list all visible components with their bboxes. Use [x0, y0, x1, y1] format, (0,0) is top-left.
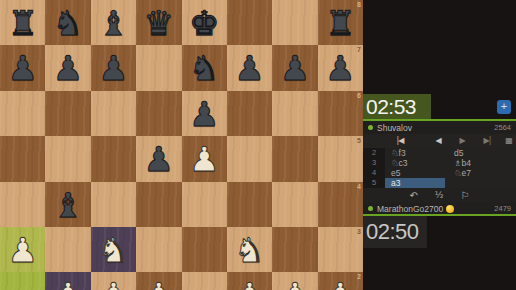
square-h7[interactable]: 7♟ [318, 45, 363, 90]
square-g4[interactable] [272, 182, 317, 227]
player-name-bottom[interactable]: MarathonGo2700 [377, 204, 443, 214]
white-pawn[interactable]: ♟ [227, 272, 272, 290]
draw-offer-icon[interactable]: ½ [435, 188, 444, 203]
player-row-top[interactable]: Shuvalov 2564 [363, 121, 516, 134]
square-g2[interactable]: ♟ [272, 272, 317, 290]
black-rook[interactable]: ♜ [0, 0, 45, 45]
move-black-2[interactable]: d5 [445, 148, 516, 158]
square-c6[interactable] [91, 91, 136, 136]
black-pawn[interactable]: ♟ [91, 45, 136, 90]
move-number: 4 [363, 168, 385, 178]
app-window: ♜♞♝♛♚8♜♟♟♟♞♟♟7♟♟6♟♟5♝4♟♞♞3♟♟♟♟♟2♟♜♝♛♚♝♜ … [0, 0, 516, 290]
square-d4[interactable] [136, 182, 181, 227]
black-bishop[interactable]: ♝ [45, 182, 90, 227]
square-c3[interactable]: ♞ [91, 227, 136, 272]
move-row-4: 4e5♘e7 [363, 168, 516, 178]
square-d7[interactable] [136, 45, 181, 90]
square-b3[interactable] [45, 227, 90, 272]
square-g8[interactable] [272, 0, 317, 45]
rank-coordinate-5: 5 [357, 137, 361, 145]
move-number: 2 [363, 148, 385, 158]
next-move-button[interactable]: ▶ [459, 134, 464, 148]
square-d6[interactable] [136, 91, 181, 136]
square-f2[interactable]: ♟ [227, 272, 272, 290]
first-move-button[interactable]: |◀ [397, 134, 404, 148]
move-number: 3 [363, 158, 385, 168]
black-pawn[interactable]: ♟ [272, 45, 317, 90]
clock-top: 02:53 [363, 94, 431, 119]
online-dot-icon [368, 206, 373, 211]
square-a3[interactable]: ♟ [0, 227, 45, 272]
square-h5[interactable]: 5 [318, 136, 363, 181]
white-pawn[interactable]: ♟ [91, 272, 136, 290]
flair-emoji-icon [446, 205, 454, 213]
move-list: 2♘f3d53♘c3♗b44e5♘e75a3 [363, 148, 516, 188]
move-nav-bar: |◀ ◀ ▶ ▶| ▦ [363, 134, 516, 148]
square-a8[interactable]: ♜ [0, 0, 45, 45]
analysis-board-icon[interactable]: ▦ [505, 134, 513, 148]
square-f4[interactable] [227, 182, 272, 227]
move-black-4[interactable]: ♘e7 [445, 168, 516, 178]
square-f6[interactable] [227, 91, 272, 136]
rank-coordinate-2: 2 [357, 273, 361, 281]
square-e7[interactable]: ♞ [182, 45, 227, 90]
square-c5[interactable] [91, 136, 136, 181]
square-e3[interactable] [182, 227, 227, 272]
move-row-5: 5a3 [363, 178, 516, 188]
white-pawn[interactable]: ♟ [0, 227, 45, 272]
square-f3[interactable]: ♞ [227, 227, 272, 272]
square-d3[interactable] [136, 227, 181, 272]
square-h6[interactable]: 6 [318, 91, 363, 136]
square-a5[interactable] [0, 136, 45, 181]
move-row-2: 2♘f3d5 [363, 148, 516, 158]
tv-sidebar: 02:53 + Shuvalov 2564 |◀ ◀ ▶ ▶| ▦ 2♘f3d5… [363, 0, 516, 290]
square-c7[interactable]: ♟ [91, 45, 136, 90]
chess-board[interactable]: ♜♞♝♛♚8♜♟♟♟♞♟♟7♟♟6♟♟5♝4♟♞♞3♟♟♟♟♟2♟♜♝♛♚♝♜ [0, 0, 363, 290]
square-a7[interactable]: ♟ [0, 45, 45, 90]
square-d8[interactable]: ♛ [136, 0, 181, 45]
rank-coordinate-8: 8 [357, 1, 361, 9]
square-b4[interactable]: ♝ [45, 182, 90, 227]
move-row-3: 3♘c3♗b4 [363, 158, 516, 168]
square-h3[interactable]: 3 [318, 227, 363, 272]
last-move-button[interactable]: ▶| [484, 134, 491, 148]
player-name-top[interactable]: Shuvalov [377, 123, 412, 133]
square-e8[interactable]: ♚ [182, 0, 227, 45]
square-a2[interactable] [0, 272, 45, 290]
square-g3[interactable] [272, 227, 317, 272]
square-b2[interactable]: ♟ [45, 272, 90, 290]
square-e2[interactable] [182, 272, 227, 290]
black-queen[interactable]: ♛ [136, 0, 181, 45]
black-pawn[interactable]: ♟ [227, 45, 272, 90]
white-knight[interactable]: ♞ [227, 227, 272, 272]
online-dot-icon [368, 125, 373, 130]
rank-coordinate-4: 4 [357, 183, 361, 191]
square-c4[interactable] [91, 182, 136, 227]
player-row-bottom[interactable]: MarathonGo2700 2479 [363, 203, 516, 214]
move-white-4[interactable]: e5 [385, 168, 445, 178]
square-e6[interactable]: ♟ [182, 91, 227, 136]
game-actions-bar: ↶ ½ ⚐ [363, 188, 516, 203]
white-pawn[interactable]: ♟ [45, 272, 90, 290]
square-g6[interactable] [272, 91, 317, 136]
prev-move-button[interactable]: ◀ [435, 134, 440, 148]
white-knight[interactable]: ♞ [91, 227, 136, 272]
black-pawn[interactable]: ♟ [182, 91, 227, 136]
black-pawn[interactable]: ♟ [45, 45, 90, 90]
black-knight[interactable]: ♞ [182, 45, 227, 90]
square-c2[interactable]: ♟ [91, 272, 136, 290]
resign-flag-icon[interactable]: ⚐ [461, 188, 470, 203]
square-c8[interactable]: ♝ [91, 0, 136, 45]
square-f5[interactable] [227, 136, 272, 181]
square-h8[interactable]: 8♜ [318, 0, 363, 45]
square-f7[interactable]: ♟ [227, 45, 272, 90]
square-h2[interactable]: 2♟ [318, 272, 363, 290]
white-pawn[interactable]: ♟ [272, 272, 317, 290]
black-pawn[interactable]: ♟ [0, 45, 45, 90]
black-king[interactable]: ♚ [182, 0, 227, 45]
square-e5[interactable]: ♟ [182, 136, 227, 181]
square-g5[interactable] [272, 136, 317, 181]
square-a4[interactable] [0, 182, 45, 227]
rank-coordinate-6: 6 [357, 92, 361, 100]
square-d2[interactable]: ♟ [136, 272, 181, 290]
move-black-5[interactable] [445, 178, 516, 188]
move-white-2[interactable]: ♘f3 [385, 148, 445, 158]
rank-coordinate-3: 3 [357, 228, 361, 236]
rank-coordinate-7: 7 [357, 46, 361, 54]
move-black-3[interactable]: ♗b4 [445, 158, 516, 168]
square-g7[interactable]: ♟ [272, 45, 317, 90]
square-h4[interactable]: 4 [318, 182, 363, 227]
clock-bottom: 02:50 [363, 216, 427, 248]
square-d5[interactable]: ♟ [136, 136, 181, 181]
white-pawn[interactable]: ♟ [136, 272, 181, 290]
move-white-3[interactable]: ♘c3 [385, 158, 445, 168]
square-b5[interactable] [45, 136, 90, 181]
black-bishop[interactable]: ♝ [91, 0, 136, 45]
move-white-5[interactable]: a3 [385, 178, 445, 188]
square-b6[interactable] [45, 91, 90, 136]
square-f8[interactable] [227, 0, 272, 45]
black-pawn[interactable]: ♟ [136, 136, 181, 181]
player-rating-bottom: 2479 [494, 204, 511, 213]
takeback-icon[interactable]: ↶ [409, 188, 417, 203]
player-rating-top: 2564 [494, 123, 511, 132]
square-a6[interactable] [0, 91, 45, 136]
move-number: 5 [363, 178, 385, 188]
square-e4[interactable] [182, 182, 227, 227]
white-pawn[interactable]: ♟ [182, 136, 227, 181]
square-b7[interactable]: ♟ [45, 45, 90, 90]
square-b8[interactable]: ♞ [45, 0, 90, 45]
black-knight[interactable]: ♞ [45, 0, 90, 45]
give-time-button[interactable]: + [497, 100, 511, 114]
